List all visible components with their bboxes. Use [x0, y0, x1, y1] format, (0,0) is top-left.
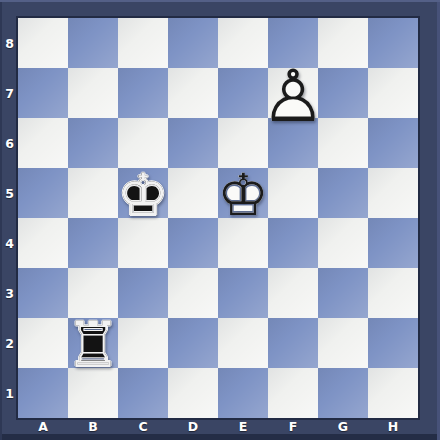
square-d4[interactable] — [168, 218, 218, 268]
file-label-h: H — [368, 419, 418, 434]
file-label-a: A — [18, 419, 68, 434]
square-h3[interactable] — [368, 268, 418, 318]
square-d5[interactable] — [168, 168, 218, 218]
rank-label-5: 5 — [1, 168, 18, 218]
square-c8[interactable] — [118, 18, 168, 68]
square-f5[interactable] — [268, 168, 318, 218]
file-label-b: B — [68, 419, 118, 434]
square-a3[interactable] — [18, 268, 68, 318]
rank-label-3: 3 — [1, 268, 18, 318]
file-label-e: E — [218, 419, 268, 434]
square-a8[interactable] — [18, 18, 68, 68]
square-f1[interactable] — [268, 368, 318, 418]
square-c5[interactable] — [118, 168, 168, 218]
square-a6[interactable] — [18, 118, 68, 168]
square-g7[interactable] — [318, 68, 368, 118]
rank-label-2: 2 — [1, 318, 18, 368]
square-g6[interactable] — [318, 118, 368, 168]
square-b1[interactable] — [68, 368, 118, 418]
square-h8[interactable] — [368, 18, 418, 68]
square-c6[interactable] — [118, 118, 168, 168]
square-b7[interactable] — [68, 68, 118, 118]
file-label-f: F — [268, 419, 318, 434]
rank-label-1: 1 — [1, 368, 18, 418]
square-b5[interactable] — [68, 168, 118, 218]
square-f8[interactable] — [268, 18, 318, 68]
square-h6[interactable] — [368, 118, 418, 168]
square-b3[interactable] — [68, 268, 118, 318]
rank-label-6: 6 — [1, 118, 18, 168]
square-f6[interactable] — [268, 118, 318, 168]
square-f2[interactable] — [268, 318, 318, 368]
square-g1[interactable] — [318, 368, 368, 418]
square-h2[interactable] — [368, 318, 418, 368]
square-a1[interactable] — [18, 368, 68, 418]
square-e8[interactable] — [218, 18, 268, 68]
square-d3[interactable] — [168, 268, 218, 318]
file-label-d: D — [168, 419, 218, 434]
square-a4[interactable] — [18, 218, 68, 268]
square-d7[interactable] — [168, 68, 218, 118]
square-g8[interactable] — [318, 18, 368, 68]
square-b4[interactable] — [68, 218, 118, 268]
square-b2[interactable] — [68, 318, 118, 368]
square-c7[interactable] — [118, 68, 168, 118]
square-h1[interactable] — [368, 368, 418, 418]
square-d2[interactable] — [168, 318, 218, 368]
chess-board — [18, 18, 418, 418]
square-a2[interactable] — [18, 318, 68, 368]
square-c2[interactable] — [118, 318, 168, 368]
rank-label-7: 7 — [1, 68, 18, 118]
square-d6[interactable] — [168, 118, 218, 168]
rank-label-4: 4 — [1, 218, 18, 268]
square-e1[interactable] — [218, 368, 268, 418]
square-a5[interactable] — [18, 168, 68, 218]
square-g4[interactable] — [318, 218, 368, 268]
rank-label-8: 8 — [1, 18, 18, 68]
square-b8[interactable] — [68, 18, 118, 68]
square-c4[interactable] — [118, 218, 168, 268]
square-g2[interactable] — [318, 318, 368, 368]
square-e4[interactable] — [218, 218, 268, 268]
square-e5[interactable] — [218, 168, 268, 218]
square-h4[interactable] — [368, 218, 418, 268]
square-c1[interactable] — [118, 368, 168, 418]
square-g3[interactable] — [318, 268, 368, 318]
file-label-c: C — [118, 419, 168, 434]
square-e2[interactable] — [218, 318, 268, 368]
square-a7[interactable] — [18, 68, 68, 118]
square-e6[interactable] — [218, 118, 268, 168]
square-e3[interactable] — [218, 268, 268, 318]
square-h7[interactable] — [368, 68, 418, 118]
square-d1[interactable] — [168, 368, 218, 418]
square-f7[interactable] — [268, 68, 318, 118]
chess-board-diagram: ♟♙♚♔♚♔♜♖ 87654321 ABCDEFGH — [0, 0, 440, 440]
square-h5[interactable] — [368, 168, 418, 218]
square-d8[interactable] — [168, 18, 218, 68]
square-c3[interactable] — [118, 268, 168, 318]
square-f3[interactable] — [268, 268, 318, 318]
square-g5[interactable] — [318, 168, 368, 218]
square-f4[interactable] — [268, 218, 318, 268]
square-b6[interactable] — [68, 118, 118, 168]
square-e7[interactable] — [218, 68, 268, 118]
file-label-g: G — [318, 419, 368, 434]
